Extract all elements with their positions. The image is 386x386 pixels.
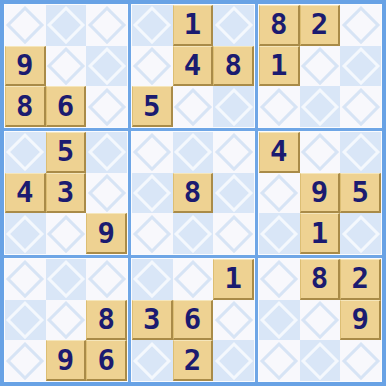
diamond-icon xyxy=(88,6,126,44)
cell-r9c8[interactable] xyxy=(300,340,341,381)
cell-r5c5: 8 xyxy=(173,173,214,214)
cell-r9c3: 6 xyxy=(86,340,127,381)
cell-r2c3[interactable] xyxy=(86,46,127,87)
given-digit: 5 xyxy=(351,178,368,207)
cell-r8c2[interactable] xyxy=(46,300,87,341)
diamond-icon xyxy=(88,260,126,298)
cell-r5c3[interactable] xyxy=(86,173,127,214)
given-digit: 2 xyxy=(311,10,328,39)
box-5: 8 xyxy=(131,131,255,255)
diamond-icon xyxy=(215,133,253,171)
cell-r2c4[interactable] xyxy=(132,46,173,87)
given-digit: 2 xyxy=(351,264,368,293)
diamond-icon xyxy=(6,301,44,339)
cell-r6c2[interactable] xyxy=(46,213,87,254)
cell-r5c7[interactable] xyxy=(259,173,300,214)
cell-r7c1[interactable] xyxy=(5,259,46,300)
cell-r1c5: 1 xyxy=(173,5,214,46)
diamond-icon xyxy=(342,342,380,380)
cell-r4c3[interactable] xyxy=(86,132,127,173)
given-digit: 3 xyxy=(57,178,74,207)
box-4: 5439 xyxy=(4,131,128,255)
cell-r5c1: 4 xyxy=(5,173,46,214)
box-2: 1485 xyxy=(131,4,255,128)
diamond-icon xyxy=(260,215,298,253)
diamond-icon xyxy=(88,133,126,171)
cell-r2c9[interactable] xyxy=(340,46,381,87)
cell-r7c2[interactable] xyxy=(46,259,87,300)
given-digit: 5 xyxy=(143,92,160,121)
given-digit: 4 xyxy=(184,51,201,80)
given-digit: 3 xyxy=(143,305,160,334)
diamond-icon xyxy=(342,47,380,85)
diamond-icon xyxy=(260,260,298,298)
diamond-icon xyxy=(6,260,44,298)
cell-r5c9: 5 xyxy=(340,173,381,214)
cell-r6c1[interactable] xyxy=(5,213,46,254)
diamond-icon xyxy=(260,174,298,212)
diamond-icon xyxy=(133,260,171,298)
cell-r8c3: 8 xyxy=(86,300,127,341)
cell-r8c1[interactable] xyxy=(5,300,46,341)
cell-r6c6[interactable] xyxy=(213,213,254,254)
given-digit: 8 xyxy=(97,305,114,334)
diamond-icon xyxy=(301,47,339,85)
cell-r6c7[interactable] xyxy=(259,213,300,254)
given-digit: 6 xyxy=(97,346,114,375)
cell-r8c8[interactable] xyxy=(300,300,341,341)
diamond-icon xyxy=(215,342,253,380)
given-digit: 6 xyxy=(57,92,74,121)
diamond-icon xyxy=(133,133,171,171)
given-digit: 9 xyxy=(16,51,33,80)
cell-r5c8: 9 xyxy=(300,173,341,214)
box-8: 1362 xyxy=(131,258,255,382)
cell-r4c4[interactable] xyxy=(132,132,173,173)
cell-r9c9[interactable] xyxy=(340,340,381,381)
cell-r6c9[interactable] xyxy=(340,213,381,254)
cell-r2c6: 8 xyxy=(213,46,254,87)
diamond-icon xyxy=(215,174,253,212)
cell-r1c6[interactable] xyxy=(213,5,254,46)
given-digit: 9 xyxy=(57,346,74,375)
cell-r5c4[interactable] xyxy=(132,173,173,214)
cell-r2c7: 1 xyxy=(259,46,300,87)
cell-r9c2: 9 xyxy=(46,340,87,381)
diamond-icon xyxy=(6,6,44,44)
cell-r9c4[interactable] xyxy=(132,340,173,381)
given-digit: 4 xyxy=(270,137,287,166)
cell-r8c4: 3 xyxy=(132,300,173,341)
given-digit: 1 xyxy=(270,51,287,80)
diamond-icon xyxy=(301,342,339,380)
cell-r3c8[interactable] xyxy=(300,86,341,127)
given-digit: 2 xyxy=(184,346,201,375)
given-digit: 9 xyxy=(351,305,368,334)
diamond-icon xyxy=(174,260,212,298)
cell-r7c4[interactable] xyxy=(132,259,173,300)
diamond-icon xyxy=(260,88,298,126)
box-3: 821 xyxy=(258,4,382,128)
cell-r5c2: 3 xyxy=(46,173,87,214)
diamond-icon xyxy=(342,6,380,44)
cell-r4c2: 5 xyxy=(46,132,87,173)
box-7: 896 xyxy=(4,258,128,382)
diamond-icon xyxy=(88,47,126,85)
cell-r3c4: 5 xyxy=(132,86,173,127)
cell-r7c3[interactable] xyxy=(86,259,127,300)
cell-r4c8[interactable] xyxy=(300,132,341,173)
cell-r9c6[interactable] xyxy=(213,340,254,381)
cell-r2c1: 9 xyxy=(5,46,46,87)
diamond-icon xyxy=(133,6,171,44)
given-digit: 6 xyxy=(184,305,201,334)
cell-r3c6[interactable] xyxy=(213,86,254,127)
diamond-icon xyxy=(174,88,212,126)
diamond-icon xyxy=(215,215,253,253)
given-digit: 1 xyxy=(184,10,201,39)
given-digit: 8 xyxy=(16,92,33,121)
cell-r7c5[interactable] xyxy=(173,259,214,300)
diamond-icon xyxy=(215,301,253,339)
diamond-icon xyxy=(133,47,171,85)
diamond-icon xyxy=(6,133,44,171)
cell-r8c5: 6 xyxy=(173,300,214,341)
given-digit: 9 xyxy=(311,178,328,207)
cell-r5c6[interactable] xyxy=(213,173,254,214)
diamond-icon xyxy=(215,88,253,126)
cell-r4c7: 4 xyxy=(259,132,300,173)
diamond-icon xyxy=(342,88,380,126)
cell-r7c6: 1 xyxy=(213,259,254,300)
given-digit: 8 xyxy=(224,51,241,80)
cell-r9c5: 2 xyxy=(173,340,214,381)
cell-r3c9[interactable] xyxy=(340,86,381,127)
diamond-icon xyxy=(133,342,171,380)
cell-r6c3: 9 xyxy=(86,213,127,254)
cell-r3c5[interactable] xyxy=(173,86,214,127)
diamond-icon xyxy=(6,342,44,380)
cell-r1c4[interactable] xyxy=(132,5,173,46)
cell-r6c5[interactable] xyxy=(173,213,214,254)
diamond-icon xyxy=(47,215,85,253)
cell-r4c1[interactable] xyxy=(5,132,46,173)
cell-r9c1[interactable] xyxy=(5,340,46,381)
cell-r1c9[interactable] xyxy=(340,5,381,46)
cell-r3c3[interactable] xyxy=(86,86,127,127)
given-digit: 5 xyxy=(57,137,74,166)
given-digit: 8 xyxy=(184,178,201,207)
box-6: 4951 xyxy=(258,131,382,255)
diamond-icon xyxy=(301,301,339,339)
cell-r1c2[interactable] xyxy=(46,5,87,46)
cell-r1c8: 2 xyxy=(300,5,341,46)
diamond-icon xyxy=(301,88,339,126)
cell-r1c7: 8 xyxy=(259,5,300,46)
cell-r8c6[interactable] xyxy=(213,300,254,341)
given-digit: 4 xyxy=(16,178,33,207)
diamond-icon xyxy=(133,174,171,212)
diamond-icon xyxy=(47,47,85,85)
cell-r3c2: 6 xyxy=(46,86,87,127)
cell-r6c8: 1 xyxy=(300,213,341,254)
cell-r8c9: 9 xyxy=(340,300,381,341)
diamond-icon xyxy=(6,215,44,253)
given-digit: 9 xyxy=(97,219,114,248)
given-digit: 8 xyxy=(270,10,287,39)
diamond-icon xyxy=(133,215,171,253)
cell-r1c3[interactable] xyxy=(86,5,127,46)
cell-r3c7[interactable] xyxy=(259,86,300,127)
diamond-icon xyxy=(47,260,85,298)
diamond-icon xyxy=(47,301,85,339)
cell-r7c7[interactable] xyxy=(259,259,300,300)
cell-r3c1: 8 xyxy=(5,86,46,127)
cell-r8c7[interactable] xyxy=(259,300,300,341)
cell-r1c1[interactable] xyxy=(5,5,46,46)
cell-r4c5[interactable] xyxy=(173,132,214,173)
cell-r2c8[interactable] xyxy=(300,46,341,87)
box-1: 986 xyxy=(4,4,128,128)
diamond-icon xyxy=(47,6,85,44)
cell-r9c7[interactable] xyxy=(259,340,300,381)
diamond-icon xyxy=(260,301,298,339)
diamond-icon xyxy=(174,215,212,253)
diamond-icon xyxy=(88,88,126,126)
given-digit: 1 xyxy=(224,264,241,293)
cell-r2c5: 4 xyxy=(173,46,214,87)
diamond-icon xyxy=(215,6,253,44)
cell-r7c9: 2 xyxy=(340,259,381,300)
cell-r4c6[interactable] xyxy=(213,132,254,173)
diamond-icon xyxy=(342,133,380,171)
box-9: 829 xyxy=(258,258,382,382)
cell-r4c9[interactable] xyxy=(340,132,381,173)
cell-r6c4[interactable] xyxy=(132,213,173,254)
sudoku-board: 98614858215439849518961362829 xyxy=(0,0,386,386)
diamond-icon xyxy=(260,342,298,380)
diamond-icon xyxy=(342,215,380,253)
cell-r7c8: 8 xyxy=(300,259,341,300)
diamond-icon xyxy=(174,133,212,171)
diamond-icon xyxy=(88,174,126,212)
given-digit: 8 xyxy=(311,264,328,293)
cell-r2c2[interactable] xyxy=(46,46,87,87)
diamond-icon xyxy=(301,133,339,171)
given-digit: 1 xyxy=(311,219,328,248)
